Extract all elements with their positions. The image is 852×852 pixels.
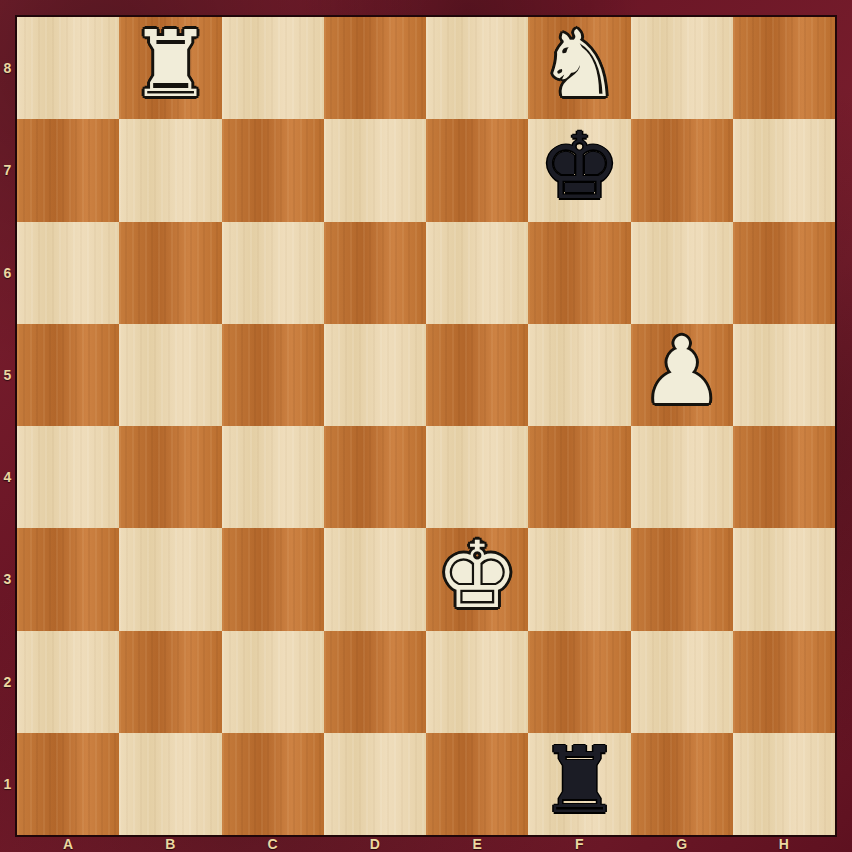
square-c6[interactable] [222, 222, 324, 324]
square-a8[interactable] [17, 17, 119, 119]
square-b1[interactable] [119, 733, 221, 835]
file-label-h: H [733, 835, 835, 852]
square-f1[interactable]: ♜ [528, 733, 630, 835]
square-f3[interactable] [528, 528, 630, 630]
rank-label-7: 7 [0, 119, 15, 221]
square-h4[interactable] [733, 426, 835, 528]
square-a1[interactable] [17, 733, 119, 835]
square-e8[interactable] [426, 17, 528, 119]
file-labels: ABCDEFGH [17, 835, 835, 852]
white-rook[interactable]: ♜ [129, 19, 211, 111]
square-f6[interactable] [528, 222, 630, 324]
square-d2[interactable] [324, 631, 426, 733]
square-c8[interactable] [222, 17, 324, 119]
square-a2[interactable] [17, 631, 119, 733]
white-knight[interactable]: ♞ [538, 19, 620, 111]
square-b4[interactable] [119, 426, 221, 528]
black-king[interactable]: ♚ [538, 121, 620, 213]
square-c3[interactable] [222, 528, 324, 630]
rank-labels: 87654321 [0, 17, 15, 835]
square-f4[interactable] [528, 426, 630, 528]
square-f8[interactable]: ♞ [528, 17, 630, 119]
square-e5[interactable] [426, 324, 528, 426]
file-label-d: D [324, 835, 426, 852]
square-g1[interactable] [631, 733, 733, 835]
square-e6[interactable] [426, 222, 528, 324]
chess-board: ♜♞♚♟♚♜ [17, 17, 835, 835]
square-f7[interactable]: ♚ [528, 119, 630, 221]
file-label-c: C [222, 835, 324, 852]
square-b3[interactable] [119, 528, 221, 630]
rank-label-3: 3 [0, 528, 15, 630]
square-c5[interactable] [222, 324, 324, 426]
square-h6[interactable] [733, 222, 835, 324]
square-b7[interactable] [119, 119, 221, 221]
square-d8[interactable] [324, 17, 426, 119]
square-a4[interactable] [17, 426, 119, 528]
square-h2[interactable] [733, 631, 835, 733]
rank-label-1: 1 [0, 733, 15, 835]
square-h1[interactable] [733, 733, 835, 835]
board-frame: 87654321 ABCDEFGH ♜♞♚♟♚♜ [0, 0, 852, 852]
square-g7[interactable] [631, 119, 733, 221]
square-b8[interactable]: ♜ [119, 17, 221, 119]
rank-label-4: 4 [0, 426, 15, 528]
square-d7[interactable] [324, 119, 426, 221]
square-d1[interactable] [324, 733, 426, 835]
square-g8[interactable] [631, 17, 733, 119]
square-b6[interactable] [119, 222, 221, 324]
square-g3[interactable] [631, 528, 733, 630]
file-label-e: E [426, 835, 528, 852]
square-d3[interactable] [324, 528, 426, 630]
square-c4[interactable] [222, 426, 324, 528]
square-c7[interactable] [222, 119, 324, 221]
square-d4[interactable] [324, 426, 426, 528]
square-a5[interactable] [17, 324, 119, 426]
square-g6[interactable] [631, 222, 733, 324]
square-g4[interactable] [631, 426, 733, 528]
square-d6[interactable] [324, 222, 426, 324]
white-king[interactable]: ♚ [436, 530, 518, 622]
square-c1[interactable] [222, 733, 324, 835]
board-outline: ♜♞♚♟♚♜ [15, 15, 837, 837]
square-a6[interactable] [17, 222, 119, 324]
square-f2[interactable] [528, 631, 630, 733]
rank-label-5: 5 [0, 324, 15, 426]
file-label-b: B [119, 835, 221, 852]
white-pawn[interactable]: ♟ [640, 326, 722, 418]
square-b5[interactable] [119, 324, 221, 426]
file-label-a: A [17, 835, 119, 852]
file-label-g: G [631, 835, 733, 852]
square-e2[interactable] [426, 631, 528, 733]
rank-label-8: 8 [0, 17, 15, 119]
square-h5[interactable] [733, 324, 835, 426]
square-a3[interactable] [17, 528, 119, 630]
square-e4[interactable] [426, 426, 528, 528]
square-e7[interactable] [426, 119, 528, 221]
square-e1[interactable] [426, 733, 528, 835]
square-h7[interactable] [733, 119, 835, 221]
rank-label-2: 2 [0, 631, 15, 733]
square-h8[interactable] [733, 17, 835, 119]
square-d5[interactable] [324, 324, 426, 426]
square-a7[interactable] [17, 119, 119, 221]
square-f5[interactable] [528, 324, 630, 426]
square-b2[interactable] [119, 631, 221, 733]
square-e3[interactable]: ♚ [426, 528, 528, 630]
square-g2[interactable] [631, 631, 733, 733]
square-g5[interactable]: ♟ [631, 324, 733, 426]
square-c2[interactable] [222, 631, 324, 733]
file-label-f: F [528, 835, 630, 852]
rank-label-6: 6 [0, 222, 15, 324]
square-h3[interactable] [733, 528, 835, 630]
black-rook[interactable]: ♜ [538, 735, 620, 827]
